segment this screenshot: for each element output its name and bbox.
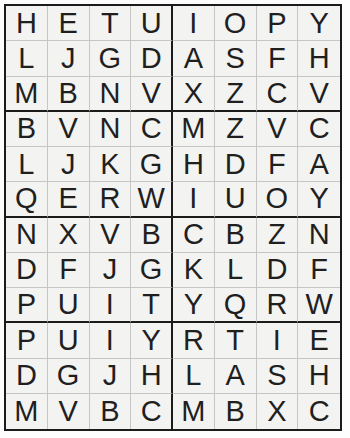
grid-cell-r9c2[interactable]: U <box>48 288 90 323</box>
grid-cell-r7c2[interactable]: X <box>48 218 90 253</box>
grid-cell-r1c5[interactable]: I <box>173 6 215 41</box>
grid-cell-r5c4[interactable]: G <box>131 147 173 182</box>
grid-cell-r10c6[interactable]: T <box>215 323 257 358</box>
grid-cell-r3c5[interactable]: X <box>173 77 215 112</box>
grid-cell-r12c3[interactable]: B <box>90 394 132 429</box>
grid-cell-r10c2[interactable]: U <box>48 323 90 358</box>
grid-cell-r11c1[interactable]: D <box>6 359 48 394</box>
grid-cell-r1c3[interactable]: T <box>90 6 132 41</box>
grid-cell-r7c7[interactable]: Z <box>257 218 299 253</box>
grid-cell-r9c1[interactable]: P <box>6 288 48 323</box>
grid-cell-r6c2[interactable]: E <box>48 182 90 217</box>
grid-cell-r2c6[interactable]: S <box>215 41 257 76</box>
grid-cell-r8c8[interactable]: F <box>298 253 340 288</box>
grid-cell-r9c6[interactable]: Q <box>215 288 257 323</box>
grid-cell-r5c8[interactable]: A <box>298 147 340 182</box>
grid-cell-r4c7[interactable]: V <box>257 112 299 147</box>
grid-cell-r9c7[interactable]: R <box>257 288 299 323</box>
grid-cell-r6c1[interactable]: Q <box>6 182 48 217</box>
grid-cell-r8c1[interactable]: D <box>6 253 48 288</box>
grid-cell-r7c6[interactable]: B <box>215 218 257 253</box>
letter-grid-board: HETUIOPYLJGDASFHMBNVXZCVBVNCMZVCLJKGHDFA… <box>4 4 342 431</box>
grid-cell-r7c4[interactable]: B <box>131 218 173 253</box>
grid-cell-r6c3[interactable]: R <box>90 182 132 217</box>
grid-cell-r11c8[interactable]: H <box>298 359 340 394</box>
grid-cell-r7c3[interactable]: V <box>90 218 132 253</box>
grid-cell-r6c7[interactable]: O <box>257 182 299 217</box>
grid-cell-r11c2[interactable]: G <box>48 359 90 394</box>
grid-cell-r11c3[interactable]: J <box>90 359 132 394</box>
grid-cell-r8c3[interactable]: J <box>90 253 132 288</box>
grid-cell-r3c2[interactable]: B <box>48 77 90 112</box>
grid-cell-r4c1[interactable]: B <box>6 112 48 147</box>
grid-cell-r3c4[interactable]: V <box>131 77 173 112</box>
grid-cell-r11c5[interactable]: L <box>173 359 215 394</box>
grid-cell-r9c5[interactable]: Y <box>173 288 215 323</box>
grid-cell-r12c5[interactable]: M <box>173 394 215 429</box>
grid-cell-r8c7[interactable]: D <box>257 253 299 288</box>
grid-cell-r6c6[interactable]: U <box>215 182 257 217</box>
grid-cell-r10c4[interactable]: Y <box>131 323 173 358</box>
grid-cell-r9c3[interactable]: I <box>90 288 132 323</box>
grid-cell-r10c8[interactable]: E <box>298 323 340 358</box>
grid-cell-r10c3[interactable]: I <box>90 323 132 358</box>
grid-cell-r9c4[interactable]: T <box>131 288 173 323</box>
grid-cell-r7c8[interactable]: N <box>298 218 340 253</box>
grid-cell-r10c5[interactable]: R <box>173 323 215 358</box>
grid-cell-r2c8[interactable]: H <box>298 41 340 76</box>
grid-cell-r8c5[interactable]: K <box>173 253 215 288</box>
grid-cell-r12c8[interactable]: C <box>298 394 340 429</box>
grid-cell-r1c8[interactable]: Y <box>298 6 340 41</box>
grid-cell-r3c1[interactable]: M <box>6 77 48 112</box>
grid-cell-r4c5[interactable]: M <box>173 112 215 147</box>
grid-cell-r6c5[interactable]: I <box>173 182 215 217</box>
grid-cell-r1c6[interactable]: O <box>215 6 257 41</box>
grid-cell-r4c4[interactable]: C <box>131 112 173 147</box>
grid-cell-r5c2[interactable]: J <box>48 147 90 182</box>
grid-cell-r4c6[interactable]: Z <box>215 112 257 147</box>
grid-cell-r4c3[interactable]: N <box>90 112 132 147</box>
grid-cell-r2c4[interactable]: D <box>131 41 173 76</box>
grid-cell-r8c4[interactable]: G <box>131 253 173 288</box>
grid-cell-r1c7[interactable]: P <box>257 6 299 41</box>
grid-cell-r6c8[interactable]: Y <box>298 182 340 217</box>
grid-cell-r7c5[interactable]: C <box>173 218 215 253</box>
grid-cell-r1c2[interactable]: E <box>48 6 90 41</box>
grid-cell-r8c2[interactable]: F <box>48 253 90 288</box>
grid-cell-r10c1[interactable]: P <box>6 323 48 358</box>
grid-cell-r10c7[interactable]: I <box>257 323 299 358</box>
grid-cell-r2c7[interactable]: F <box>257 41 299 76</box>
grid-cell-r12c4[interactable]: C <box>131 394 173 429</box>
grid-cell-r3c8[interactable]: V <box>298 77 340 112</box>
grid-cell-r5c6[interactable]: D <box>215 147 257 182</box>
grid-cell-r7c1[interactable]: N <box>6 218 48 253</box>
grid-cell-r5c1[interactable]: L <box>6 147 48 182</box>
grid-cell-r3c7[interactable]: C <box>257 77 299 112</box>
grid-cell-r3c3[interactable]: N <box>90 77 132 112</box>
grid-cell-r9c8[interactable]: W <box>298 288 340 323</box>
grid-cell-r5c7[interactable]: F <box>257 147 299 182</box>
grid-cell-r12c1[interactable]: M <box>6 394 48 429</box>
grid-cell-r5c5[interactable]: H <box>173 147 215 182</box>
page: HETUIOPYLJGDASFHMBNVXZCVBVNCMZVCLJKGHDFA… <box>0 0 350 438</box>
grid-cell-r3c6[interactable]: Z <box>215 77 257 112</box>
grid-cell-r12c7[interactable]: X <box>257 394 299 429</box>
grid-cell-r4c2[interactable]: V <box>48 112 90 147</box>
grid-cell-r2c5[interactable]: A <box>173 41 215 76</box>
grid-cell-r1c1[interactable]: H <box>6 6 48 41</box>
grid-cell-r11c7[interactable]: S <box>257 359 299 394</box>
grid-cell-r4c8[interactable]: C <box>298 112 340 147</box>
grid-cell-r8c6[interactable]: L <box>215 253 257 288</box>
grid-cell-r6c4[interactable]: W <box>131 182 173 217</box>
grid-cell-r1c4[interactable]: U <box>131 6 173 41</box>
grid-cell-r11c4[interactable]: H <box>131 359 173 394</box>
grid-cell-r12c2[interactable]: V <box>48 394 90 429</box>
grid-cell-r5c3[interactable]: K <box>90 147 132 182</box>
grid-cell-r12c6[interactable]: B <box>215 394 257 429</box>
grid-cell-r2c1[interactable]: L <box>6 41 48 76</box>
grid-cell-r2c3[interactable]: G <box>90 41 132 76</box>
grid-cell-r11c6[interactable]: A <box>215 359 257 394</box>
grid-cell-r2c2[interactable]: J <box>48 41 90 76</box>
